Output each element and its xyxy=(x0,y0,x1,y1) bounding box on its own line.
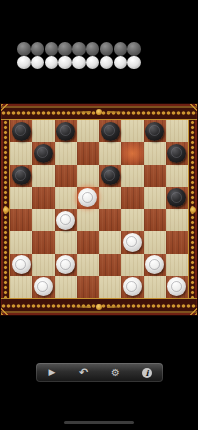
black-piece[interactable] xyxy=(34,144,53,163)
square-r8c6[interactable] xyxy=(121,276,143,298)
black-tray-disc xyxy=(58,42,72,56)
frame-corner-ornament xyxy=(1,104,11,114)
square-r5c8[interactable] xyxy=(166,209,188,231)
square-r7c5[interactable] xyxy=(99,254,121,276)
square-r1c4[interactable] xyxy=(77,120,99,142)
black-piece[interactable] xyxy=(167,144,186,163)
square-r1c6[interactable] xyxy=(121,120,143,142)
square-r2c5[interactable] xyxy=(99,142,121,164)
square-r7c6[interactable] xyxy=(121,254,143,276)
square-r6c4[interactable] xyxy=(77,231,99,253)
frame-corner-ornament xyxy=(1,305,11,315)
frame-top-center-ornament xyxy=(96,109,102,115)
square-r2c3[interactable] xyxy=(55,142,77,164)
square-r1c3[interactable] xyxy=(55,120,77,142)
square-r3c7[interactable] xyxy=(144,165,166,187)
undo-button[interactable]: ↶ xyxy=(73,363,95,382)
checkers-board xyxy=(1,104,197,315)
square-r8c2[interactable] xyxy=(32,276,54,298)
square-r8c8[interactable] xyxy=(166,276,188,298)
square-r7c4[interactable] xyxy=(77,254,99,276)
square-r3c8[interactable] xyxy=(166,165,188,187)
frame-corner-ornament xyxy=(187,104,197,114)
square-r6c8[interactable] xyxy=(166,231,188,253)
square-r7c7[interactable] xyxy=(144,254,166,276)
frame-left-center-ornament xyxy=(3,207,9,213)
white-tray-disc xyxy=(127,56,141,70)
white-piece[interactable] xyxy=(78,188,97,207)
black-piece[interactable] xyxy=(101,166,120,185)
frame-wing-ornament xyxy=(73,306,91,308)
square-r3c1[interactable] xyxy=(10,165,32,187)
square-r2c1[interactable] xyxy=(10,142,32,164)
square-r2c8[interactable] xyxy=(166,142,188,164)
info-button[interactable]: i xyxy=(136,363,158,382)
undo-icon: ↶ xyxy=(79,367,88,378)
white-piece[interactable] xyxy=(12,255,31,274)
square-r7c3[interactable] xyxy=(55,254,77,276)
square-r4c5[interactable] xyxy=(99,187,121,209)
board-grid xyxy=(10,120,188,298)
black-piece[interactable] xyxy=(56,122,75,141)
white-piece[interactable] xyxy=(56,211,75,230)
square-r4c2[interactable] xyxy=(32,187,54,209)
square-r5c1[interactable] xyxy=(10,209,32,231)
white-tray-disc xyxy=(31,56,45,70)
white-piece[interactable] xyxy=(167,277,186,296)
white-tray-disc xyxy=(86,56,100,70)
white-piece[interactable] xyxy=(123,233,142,252)
black-piece[interactable] xyxy=(167,188,186,207)
play-button[interactable]: ▶ xyxy=(41,363,63,382)
square-r5c6[interactable] xyxy=(121,209,143,231)
square-r5c7[interactable] xyxy=(144,209,166,231)
square-r3c5[interactable] xyxy=(99,165,121,187)
white-pieces-row xyxy=(17,56,141,70)
frame-bottom-center-ornament xyxy=(96,304,102,310)
black-tray-disc xyxy=(100,42,114,56)
square-r6c7[interactable] xyxy=(144,231,166,253)
white-tray-disc xyxy=(58,56,72,70)
square-r8c4[interactable] xyxy=(77,276,99,298)
white-tray-disc xyxy=(72,56,86,70)
white-piece[interactable] xyxy=(123,277,142,296)
frame-wing-ornament xyxy=(73,111,91,113)
white-tray-disc xyxy=(45,56,59,70)
square-r8c5[interactable] xyxy=(99,276,121,298)
square-r3c4[interactable] xyxy=(77,165,99,187)
square-r5c4[interactable] xyxy=(77,209,99,231)
square-r2c2[interactable] xyxy=(32,142,54,164)
square-r5c3[interactable] xyxy=(55,209,77,231)
square-r4c7[interactable] xyxy=(144,187,166,209)
settings-button[interactable]: ⚙ xyxy=(104,363,126,382)
square-r2c6[interactable] xyxy=(121,142,143,164)
play-icon: ▶ xyxy=(48,368,55,377)
square-r4c3[interactable] xyxy=(55,187,77,209)
square-r6c3[interactable] xyxy=(55,231,77,253)
white-tray-disc xyxy=(114,56,128,70)
square-r2c7[interactable] xyxy=(144,142,166,164)
square-r3c3[interactable] xyxy=(55,165,77,187)
black-piece[interactable] xyxy=(12,122,31,141)
square-r1c7[interactable] xyxy=(144,120,166,142)
white-piece[interactable] xyxy=(145,255,164,274)
square-r6c1[interactable] xyxy=(10,231,32,253)
frame-wing-ornament xyxy=(107,306,125,308)
black-tray-disc xyxy=(114,42,128,56)
square-r5c2[interactable] xyxy=(32,209,54,231)
square-r6c5[interactable] xyxy=(99,231,121,253)
square-r8c7[interactable] xyxy=(144,276,166,298)
square-r2c4[interactable] xyxy=(77,142,99,164)
square-r4c6[interactable] xyxy=(121,187,143,209)
square-r4c1[interactable] xyxy=(10,187,32,209)
square-r1c5[interactable] xyxy=(99,120,121,142)
square-r7c8[interactable] xyxy=(166,254,188,276)
home-indicator xyxy=(64,421,134,424)
square-r4c4[interactable] xyxy=(77,187,99,209)
black-pieces-row xyxy=(17,42,141,56)
info-icon: i xyxy=(142,368,152,378)
gear-icon: ⚙ xyxy=(111,368,120,378)
app-screen: ▶↶⚙i xyxy=(0,0,198,430)
black-tray-disc xyxy=(72,42,86,56)
square-r6c6[interactable] xyxy=(121,231,143,253)
square-r3c2[interactable] xyxy=(32,165,54,187)
black-tray-disc xyxy=(17,42,31,56)
frame-wing-ornament xyxy=(107,111,125,113)
black-piece[interactable] xyxy=(101,122,120,141)
square-r7c1[interactable] xyxy=(10,254,32,276)
remaining-pieces-tray xyxy=(17,42,141,70)
white-tray-disc xyxy=(17,56,31,70)
toolbar: ▶↶⚙i xyxy=(36,363,163,382)
frame-corner-ornament xyxy=(187,305,197,315)
black-tray-disc xyxy=(45,42,59,56)
square-r7c2[interactable] xyxy=(32,254,54,276)
frame-right-center-ornament xyxy=(190,207,196,213)
square-r8c1[interactable] xyxy=(10,276,32,298)
black-tray-disc xyxy=(127,42,141,56)
square-r4c8[interactable] xyxy=(166,187,188,209)
square-r1c1[interactable] xyxy=(10,120,32,142)
square-r1c2[interactable] xyxy=(32,120,54,142)
black-piece[interactable] xyxy=(12,166,31,185)
white-piece[interactable] xyxy=(34,277,53,296)
square-r6c2[interactable] xyxy=(32,231,54,253)
black-tray-disc xyxy=(31,42,45,56)
white-piece[interactable] xyxy=(56,255,75,274)
square-r1c8[interactable] xyxy=(166,120,188,142)
white-tray-disc xyxy=(100,56,114,70)
square-r3c6[interactable] xyxy=(121,165,143,187)
square-r8c3[interactable] xyxy=(55,276,77,298)
black-piece[interactable] xyxy=(145,122,164,141)
black-tray-disc xyxy=(86,42,100,56)
square-r5c5[interactable] xyxy=(99,209,121,231)
